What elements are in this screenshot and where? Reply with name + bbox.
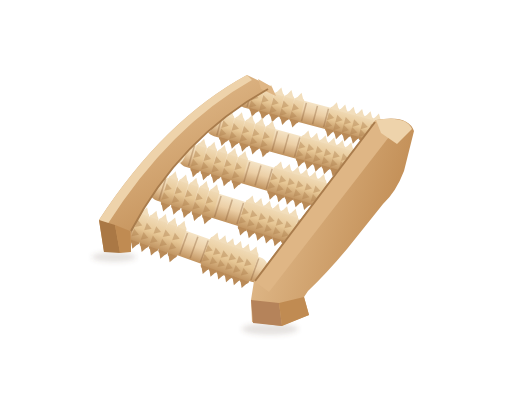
floor-shadow-2: [242, 323, 298, 335]
floor-shadow-1: [92, 252, 136, 262]
right-foot-end-grain: [251, 300, 282, 326]
product-photo: [0, 0, 510, 412]
canvas: [0, 0, 510, 412]
